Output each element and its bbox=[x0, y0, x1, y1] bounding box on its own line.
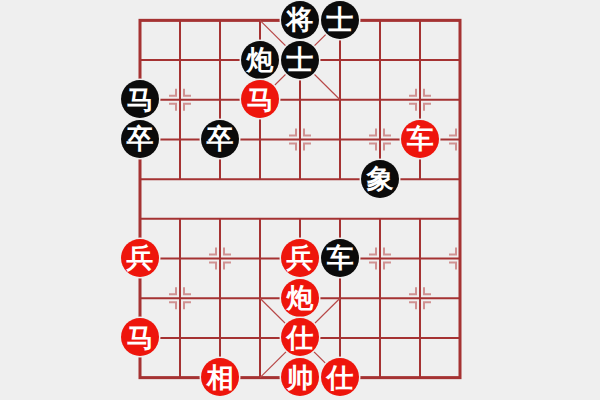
board-point: 马 bbox=[120, 79, 160, 119]
piece-red-general[interactable]: 帅 bbox=[281, 358, 319, 396]
piece-red-advisor[interactable]: 仕 bbox=[281, 318, 319, 356]
piece-red-pawn[interactable]: 兵 bbox=[281, 239, 319, 277]
piece-black-general[interactable]: 将 bbox=[281, 1, 319, 39]
piece-black-chariot[interactable]: 车 bbox=[321, 239, 359, 277]
board-point: 仕 bbox=[320, 357, 360, 397]
board-point: 马 bbox=[240, 79, 280, 119]
piece-red-advisor[interactable]: 仕 bbox=[321, 358, 359, 396]
board-point: 卒 bbox=[200, 119, 240, 159]
xiangqi-board: 将士炮士马马卒卒车象兵兵车炮马仕相帅仕 bbox=[120, 0, 480, 397]
piece-red-cannon[interactable]: 炮 bbox=[281, 279, 319, 317]
board-point: 相 bbox=[200, 357, 240, 397]
piece-red-elephant[interactable]: 相 bbox=[201, 358, 239, 396]
piece-red-pawn[interactable]: 兵 bbox=[121, 239, 159, 277]
board-point: 象 bbox=[360, 159, 400, 199]
piece-red-horse[interactable]: 马 bbox=[121, 318, 159, 356]
board-point: 炮 bbox=[280, 278, 320, 318]
board-point: 将 bbox=[280, 0, 320, 40]
piece-black-horse[interactable]: 马 bbox=[121, 80, 159, 118]
piece-black-elephant[interactable]: 象 bbox=[361, 160, 399, 198]
board-point: 车 bbox=[400, 119, 440, 159]
board-point: 仕 bbox=[280, 318, 320, 358]
piece-black-advisor[interactable]: 士 bbox=[281, 41, 319, 79]
piece-black-pawn[interactable]: 卒 bbox=[201, 120, 239, 158]
piece-black-pawn[interactable]: 卒 bbox=[121, 120, 159, 158]
piece-red-horse[interactable]: 马 bbox=[241, 80, 279, 118]
piece-black-cannon[interactable]: 炮 bbox=[241, 41, 279, 79]
board-point: 炮 bbox=[240, 40, 280, 80]
board-point: 卒 bbox=[120, 119, 160, 159]
piece-red-chariot[interactable]: 车 bbox=[401, 120, 439, 158]
board-point: 车 bbox=[320, 238, 360, 278]
board-point: 帅 bbox=[280, 357, 320, 397]
board-point: 兵 bbox=[120, 238, 160, 278]
xiangqi-app-screen: 将士炮士马马卒卒车象兵兵车炮马仕相帅仕 bbox=[0, 0, 600, 400]
board-point: 士 bbox=[280, 40, 320, 80]
board-point: 兵 bbox=[280, 238, 320, 278]
piece-black-advisor[interactable]: 士 bbox=[321, 1, 359, 39]
board-point: 马 bbox=[120, 318, 160, 358]
board-point: 士 bbox=[320, 0, 360, 40]
